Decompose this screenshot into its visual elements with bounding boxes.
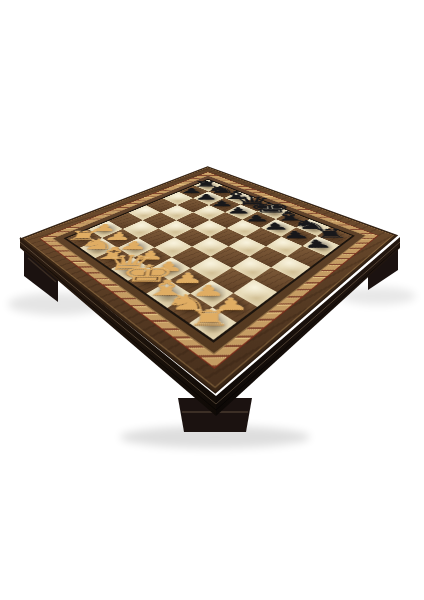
square-h3 (234, 279, 277, 306)
piece-white-pawn-h2: ♟ (191, 296, 274, 313)
piece-base-shadow (190, 280, 235, 308)
piece-white-knight-g1: ♞ (144, 292, 227, 314)
square-f2: ♟ (170, 268, 212, 293)
square-h1: ♜ (189, 307, 237, 340)
piece-white-pawn-f2: ♟ (149, 271, 225, 285)
piece-base-shadow (212, 292, 259, 323)
piece-base-shadow (146, 280, 191, 308)
piece-white-king-e1: ♚ (107, 262, 185, 286)
square-g5 (249, 246, 287, 267)
square-f3 (191, 257, 231, 280)
square-g4 (231, 256, 271, 279)
square-g1: ♞ (167, 293, 212, 323)
square-h6 (287, 246, 325, 267)
square-g2: ♟ (190, 280, 233, 307)
square-f4 (211, 246, 249, 267)
piece-black-pawn-h7: ♟ (283, 238, 353, 249)
piece-base-shadow (166, 293, 213, 324)
square-h2: ♟ (212, 293, 257, 323)
square-e4 (192, 237, 229, 257)
square-h7: ♟ (303, 236, 340, 256)
piece-base-shadow (127, 268, 170, 294)
piece-base-shadow (169, 268, 212, 294)
square-g3 (211, 268, 253, 293)
square-h5 (271, 256, 311, 279)
piece-base-shadow (188, 307, 237, 341)
piece-white-bishop-f1: ♝ (125, 278, 205, 299)
square-h4 (253, 267, 294, 292)
square-f5 (229, 237, 266, 257)
square-e1: ♚ (128, 268, 170, 293)
chess-set-photo: ♜♞♝♛♚♝♞♜♟♟♟♟♟♟♟♟♟♟♟♟♟♟♟♟♜♞♝♛♚♝♞♜ (0, 0, 424, 600)
square-f1: ♝ (147, 280, 191, 307)
piece-white-pawn-g2: ♟ (169, 283, 248, 298)
piece-white-rook-h1: ♜ (166, 307, 253, 329)
